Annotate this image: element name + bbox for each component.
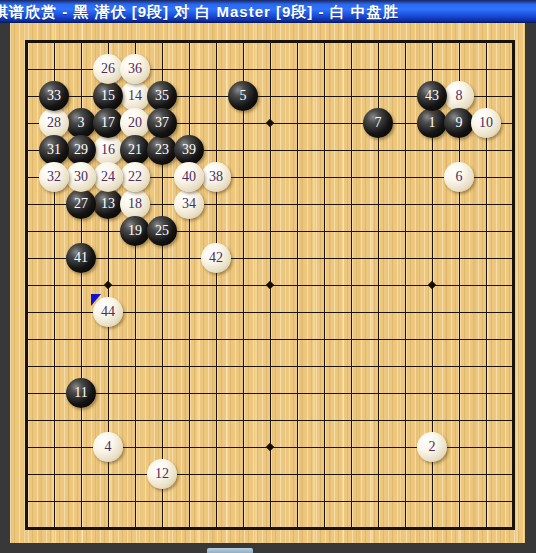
stone-black-37: 37 (147, 108, 177, 138)
move-number: 13 (101, 196, 115, 212)
move-number: 21 (128, 142, 142, 158)
stone-black-41: 41 (66, 243, 96, 273)
stone-white-34: 34 (174, 189, 204, 219)
stone-black-9: 9 (444, 108, 474, 138)
move-number: 20 (128, 115, 142, 131)
move-number: 26 (101, 61, 115, 77)
stone-white-44: 44 (93, 297, 123, 327)
move-number: 25 (155, 223, 169, 239)
move-number: 37 (155, 115, 169, 131)
stone-black-11: 11 (66, 378, 96, 408)
move-number: 24 (101, 169, 115, 185)
stone-white-28: 28 (39, 108, 69, 138)
stone-black-25: 25 (147, 216, 177, 246)
stone-white-38: 38 (201, 162, 231, 192)
move-number: 12 (155, 466, 169, 482)
stone-white-14: 14 (120, 81, 150, 111)
move-number: 34 (182, 196, 196, 212)
move-number: 9 (456, 115, 463, 131)
stone-black-43: 43 (417, 81, 447, 111)
move-number: 4 (105, 439, 112, 455)
stone-black-7: 7 (363, 108, 393, 138)
stone-black-31: 31 (39, 135, 69, 165)
stone-white-12: 12 (147, 459, 177, 489)
move-number: 18 (128, 196, 142, 212)
stone-black-5: 5 (228, 81, 258, 111)
move-number: 35 (155, 88, 169, 104)
move-number: 33 (47, 88, 61, 104)
move-number: 6 (456, 169, 463, 185)
move-number: 23 (155, 142, 169, 158)
stone-black-29: 29 (66, 135, 96, 165)
stone-white-26: 26 (93, 54, 123, 84)
stone-white-36: 36 (120, 54, 150, 84)
move-number: 22 (128, 169, 142, 185)
move-number: 2 (429, 439, 436, 455)
move-number: 27 (74, 196, 88, 212)
move-number: 3 (78, 115, 85, 131)
window-frame: 棋谱欣赏 - 黑 潜伏 [9段] 对 白 Master [9段] - 白 中盘胜… (0, 0, 536, 553)
move-number: 40 (182, 169, 196, 185)
stone-white-30: 30 (66, 162, 96, 192)
stone-black-39: 39 (174, 135, 204, 165)
move-number: 41 (74, 250, 88, 266)
stone-black-15: 15 (93, 81, 123, 111)
stone-white-18: 18 (120, 189, 150, 219)
move-number: 39 (182, 142, 196, 158)
move-number: 19 (128, 223, 142, 239)
move-number: 38 (209, 169, 223, 185)
move-number: 1 (429, 115, 436, 131)
stone-black-13: 13 (93, 189, 123, 219)
stone-white-40: 40 (174, 162, 204, 192)
stone-white-6: 6 (444, 162, 474, 192)
move-number: 7 (375, 115, 382, 131)
stone-black-33: 33 (39, 81, 69, 111)
stone-white-2: 2 (417, 432, 447, 462)
move-number: 32 (47, 169, 61, 185)
stone-black-23: 23 (147, 135, 177, 165)
move-number: 44 (101, 304, 115, 320)
stone-black-21: 21 (120, 135, 150, 165)
move-number: 10 (479, 115, 493, 131)
move-number: 5 (240, 88, 247, 104)
stone-black-19: 19 (120, 216, 150, 246)
move-number: 31 (47, 142, 61, 158)
move-number: 15 (101, 88, 115, 104)
stone-white-4: 4 (93, 432, 123, 462)
stone-white-22: 22 (120, 162, 150, 192)
move-number: 8 (456, 88, 463, 104)
move-number: 36 (128, 61, 142, 77)
stone-white-16: 16 (93, 135, 123, 165)
stone-white-42: 42 (201, 243, 231, 273)
move-number: 30 (74, 169, 88, 185)
stone-black-3: 3 (66, 108, 96, 138)
move-number: 42 (209, 250, 223, 266)
move-number: 17 (101, 115, 115, 131)
window-title: 棋谱欣赏 - 黑 潜伏 [9段] 对 白 Master [9段] - 白 中盘胜 (0, 0, 399, 23)
stone-black-17: 17 (93, 108, 123, 138)
move-number: 43 (425, 88, 439, 104)
stone-black-1: 1 (417, 108, 447, 138)
stone-white-8: 8 (444, 81, 474, 111)
move-number: 11 (74, 385, 87, 401)
partial-button[interactable] (207, 548, 253, 553)
stone-white-24: 24 (93, 162, 123, 192)
move-number: 28 (47, 115, 61, 131)
move-number: 29 (74, 142, 88, 158)
stone-white-10: 10 (471, 108, 501, 138)
stone-white-32: 32 (39, 162, 69, 192)
title-bar[interactable]: 棋谱欣赏 - 黑 潜伏 [9段] 对 白 Master [9段] - 白 中盘胜 (0, 0, 536, 23)
stone-white-20: 20 (120, 108, 150, 138)
move-number: 14 (128, 88, 142, 104)
stone-black-27: 27 (66, 189, 96, 219)
move-number: 16 (101, 142, 115, 158)
stone-black-35: 35 (147, 81, 177, 111)
